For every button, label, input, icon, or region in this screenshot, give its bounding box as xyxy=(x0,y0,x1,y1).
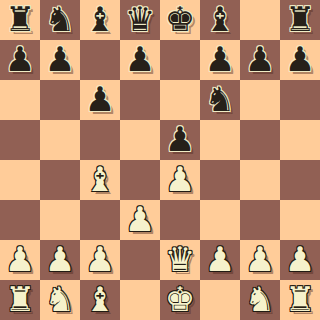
square-a4[interactable] xyxy=(0,160,40,200)
square-h7[interactable]: ♟ xyxy=(280,40,320,80)
square-c5[interactable] xyxy=(80,120,120,160)
white-pawn[interactable]: ♟ xyxy=(165,159,195,199)
square-d1[interactable] xyxy=(120,280,160,320)
square-g2[interactable]: ♟ xyxy=(240,240,280,280)
white-king[interactable]: ♚ xyxy=(165,279,195,319)
square-h4[interactable] xyxy=(280,160,320,200)
square-d5[interactable] xyxy=(120,120,160,160)
square-f2[interactable]: ♟ xyxy=(200,240,240,280)
black-bishop[interactable]: ♝ xyxy=(205,0,235,39)
square-b5[interactable] xyxy=(40,120,80,160)
black-king[interactable]: ♚ xyxy=(165,0,195,39)
square-a1[interactable]: ♜ xyxy=(0,280,40,320)
square-c2[interactable]: ♟ xyxy=(80,240,120,280)
black-pawn[interactable]: ♟ xyxy=(85,79,115,119)
square-h3[interactable] xyxy=(280,200,320,240)
square-e4[interactable]: ♟ xyxy=(160,160,200,200)
black-pawn[interactable]: ♟ xyxy=(45,39,75,79)
square-e7[interactable] xyxy=(160,40,200,80)
square-g1[interactable]: ♞ xyxy=(240,280,280,320)
square-f7[interactable]: ♟ xyxy=(200,40,240,80)
square-h6[interactable] xyxy=(280,80,320,120)
white-bishop[interactable]: ♝ xyxy=(85,159,115,199)
square-a2[interactable]: ♟ xyxy=(0,240,40,280)
black-knight[interactable]: ♞ xyxy=(205,79,235,119)
black-rook[interactable]: ♜ xyxy=(5,0,35,39)
square-f1[interactable] xyxy=(200,280,240,320)
square-d6[interactable] xyxy=(120,80,160,120)
square-c6[interactable]: ♟ xyxy=(80,80,120,120)
square-h8[interactable]: ♜ xyxy=(280,0,320,40)
square-e3[interactable] xyxy=(160,200,200,240)
square-g7[interactable]: ♟ xyxy=(240,40,280,80)
white-rook[interactable]: ♜ xyxy=(5,279,35,319)
square-g3[interactable] xyxy=(240,200,280,240)
black-pawn[interactable]: ♟ xyxy=(205,39,235,79)
square-a8[interactable]: ♜ xyxy=(0,0,40,40)
square-h2[interactable]: ♟ xyxy=(280,240,320,280)
square-c7[interactable] xyxy=(80,40,120,80)
square-f6[interactable]: ♞ xyxy=(200,80,240,120)
square-h1[interactable]: ♜ xyxy=(280,280,320,320)
square-g6[interactable] xyxy=(240,80,280,120)
white-queen[interactable]: ♛ xyxy=(165,239,195,279)
black-pawn[interactable]: ♟ xyxy=(285,39,315,79)
black-pawn[interactable]: ♟ xyxy=(165,119,195,159)
square-b6[interactable] xyxy=(40,80,80,120)
square-b3[interactable] xyxy=(40,200,80,240)
black-pawn[interactable]: ♟ xyxy=(245,39,275,79)
black-knight[interactable]: ♞ xyxy=(45,0,75,39)
black-pawn[interactable]: ♟ xyxy=(125,39,155,79)
white-rook[interactable]: ♜ xyxy=(285,279,315,319)
square-b7[interactable]: ♟ xyxy=(40,40,80,80)
white-knight[interactable]: ♞ xyxy=(245,279,275,319)
square-h5[interactable] xyxy=(280,120,320,160)
square-a7[interactable]: ♟ xyxy=(0,40,40,80)
white-pawn[interactable]: ♟ xyxy=(285,239,315,279)
white-bishop[interactable]: ♝ xyxy=(85,279,115,319)
chess-board: ♜♞♝♛♚♝♜♟♟♟♟♟♟♟♞♟♝♟♟♟♟♟♛♟♟♟♜♞♝♚♞♜ xyxy=(0,0,320,320)
square-a5[interactable] xyxy=(0,120,40,160)
white-pawn[interactable]: ♟ xyxy=(125,199,155,239)
white-pawn[interactable]: ♟ xyxy=(85,239,115,279)
white-pawn[interactable]: ♟ xyxy=(5,239,35,279)
square-e5[interactable]: ♟ xyxy=(160,120,200,160)
square-g4[interactable] xyxy=(240,160,280,200)
white-pawn[interactable]: ♟ xyxy=(245,239,275,279)
square-f4[interactable] xyxy=(200,160,240,200)
white-pawn[interactable]: ♟ xyxy=(45,239,75,279)
square-f3[interactable] xyxy=(200,200,240,240)
square-f8[interactable]: ♝ xyxy=(200,0,240,40)
square-a3[interactable] xyxy=(0,200,40,240)
square-d8[interactable]: ♛ xyxy=(120,0,160,40)
black-pawn[interactable]: ♟ xyxy=(5,39,35,79)
square-g5[interactable] xyxy=(240,120,280,160)
square-b2[interactable]: ♟ xyxy=(40,240,80,280)
square-d7[interactable]: ♟ xyxy=(120,40,160,80)
square-d2[interactable] xyxy=(120,240,160,280)
square-e1[interactable]: ♚ xyxy=(160,280,200,320)
square-b8[interactable]: ♞ xyxy=(40,0,80,40)
square-c3[interactable] xyxy=(80,200,120,240)
square-f5[interactable] xyxy=(200,120,240,160)
square-a6[interactable] xyxy=(0,80,40,120)
square-e8[interactable]: ♚ xyxy=(160,0,200,40)
white-knight[interactable]: ♞ xyxy=(45,279,75,319)
square-g8[interactable] xyxy=(240,0,280,40)
white-pawn[interactable]: ♟ xyxy=(205,239,235,279)
square-b4[interactable] xyxy=(40,160,80,200)
square-c1[interactable]: ♝ xyxy=(80,280,120,320)
black-bishop[interactable]: ♝ xyxy=(85,0,115,39)
square-b1[interactable]: ♞ xyxy=(40,280,80,320)
square-e6[interactable] xyxy=(160,80,200,120)
square-c4[interactable]: ♝ xyxy=(80,160,120,200)
square-d4[interactable] xyxy=(120,160,160,200)
black-rook[interactable]: ♜ xyxy=(285,0,315,39)
square-d3[interactable]: ♟ xyxy=(120,200,160,240)
square-c8[interactable]: ♝ xyxy=(80,0,120,40)
black-queen[interactable]: ♛ xyxy=(125,0,155,39)
square-e2[interactable]: ♛ xyxy=(160,240,200,280)
